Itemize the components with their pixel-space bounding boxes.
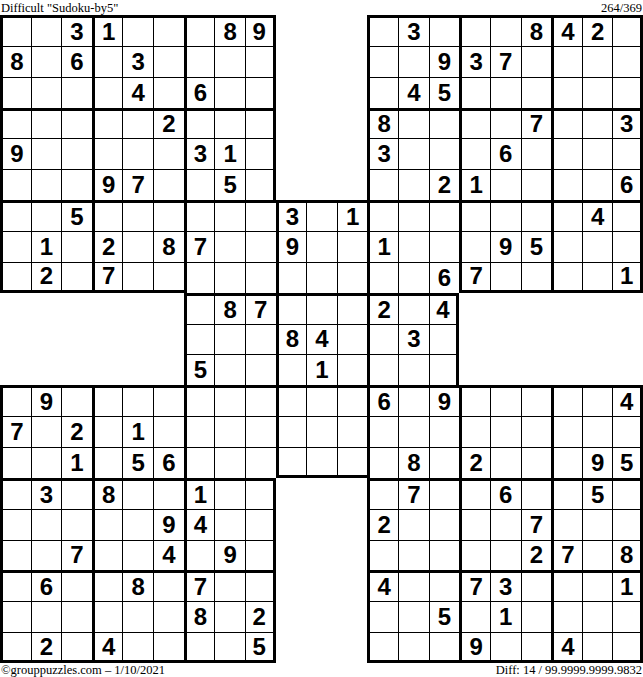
cell-r16-c4-given[interactable]: 8 (92, 478, 123, 509)
cell-r5-c8-given[interactable]: 1 (214, 138, 245, 169)
cell-r6-c6[interactable] (153, 169, 184, 200)
cell-r7-c12-given[interactable]: 1 (337, 200, 368, 231)
cell-r19-c2-given[interactable]: 6 (31, 570, 62, 601)
cell-r8-c13-given[interactable]: 1 (367, 231, 398, 262)
cell-r17-c8[interactable] (214, 509, 245, 540)
cell-r15-c10[interactable] (276, 447, 307, 478)
cell-r15-c2[interactable] (31, 447, 62, 478)
cell-r16-c20-given[interactable]: 5 (582, 478, 613, 509)
cell-r1-c5[interactable] (122, 15, 153, 46)
cell-r16-c19[interactable] (551, 478, 582, 509)
cell-r5-c20[interactable] (582, 138, 613, 169)
cell-r9-c4-given[interactable]: 7 (92, 262, 123, 293)
cell-r15-c15[interactable] (429, 447, 460, 478)
cell-r8-c11[interactable] (306, 231, 337, 262)
cell-r4-c15[interactable] (429, 108, 460, 139)
cell-r14-c2[interactable] (31, 416, 62, 447)
cell-r3-c9[interactable] (245, 77, 276, 108)
cell-r6-c9[interactable] (245, 169, 276, 200)
cell-r18-c4[interactable] (92, 540, 123, 571)
cell-r17-c15[interactable] (429, 509, 460, 540)
cell-r15-c21-given[interactable]: 5 (612, 447, 643, 478)
cell-r15-c13[interactable] (367, 447, 398, 478)
cell-r18-c9[interactable] (245, 540, 276, 571)
cell-r6-c16-given[interactable]: 1 (459, 169, 490, 200)
cell-r9-c19[interactable] (551, 262, 582, 293)
cell-r3-c19[interactable] (551, 77, 582, 108)
cell-r19-c9[interactable] (245, 570, 276, 601)
cell-r18-c1[interactable] (0, 540, 31, 571)
cell-r13-c5[interactable] (122, 385, 153, 416)
cell-r1-c16[interactable] (459, 15, 490, 46)
cell-r9-c5[interactable] (122, 262, 153, 293)
cell-r18-c16[interactable] (459, 540, 490, 571)
cell-r19-c14[interactable] (398, 570, 429, 601)
cell-r1-c2[interactable] (31, 15, 62, 46)
cell-r1-c7[interactable] (184, 15, 215, 46)
cell-r14-c16[interactable] (459, 416, 490, 447)
cell-r13-c12[interactable] (337, 385, 368, 416)
cell-r11-c8[interactable] (214, 324, 245, 355)
cell-r12-c8[interactable] (214, 354, 245, 385)
cell-r19-c6[interactable] (153, 570, 184, 601)
cell-r2-c3-given[interactable]: 6 (61, 46, 92, 77)
cell-r20-c6[interactable] (153, 601, 184, 632)
cell-r12-c13[interactable] (367, 354, 398, 385)
cell-r2-c17-given[interactable]: 7 (490, 46, 521, 77)
cell-r9-c8[interactable] (214, 262, 245, 293)
cell-r17-c17[interactable] (490, 509, 521, 540)
cell-r3-c21[interactable] (612, 77, 643, 108)
cell-r14-c10[interactable] (276, 416, 307, 447)
cell-r12-c10[interactable] (276, 354, 307, 385)
cell-r11-c7[interactable] (184, 324, 215, 355)
cell-r7-c11[interactable] (306, 200, 337, 231)
cell-r11-c9[interactable] (245, 324, 276, 355)
cell-r15-c3-given[interactable]: 1 (61, 447, 92, 478)
cell-r10-c13-given[interactable]: 2 (367, 293, 398, 324)
cell-r4-c2[interactable] (31, 108, 62, 139)
cell-r7-c10-given[interactable]: 3 (276, 200, 307, 231)
cell-r10-c8-given[interactable]: 8 (214, 293, 245, 324)
cell-r18-c2[interactable] (31, 540, 62, 571)
cell-r17-c20[interactable] (582, 509, 613, 540)
cell-r8-c5[interactable] (122, 231, 153, 262)
cell-r16-c15[interactable] (429, 478, 460, 509)
cell-r21-c5[interactable] (122, 632, 153, 663)
cell-r14-c11[interactable] (306, 416, 337, 447)
cell-r2-c5-given[interactable]: 3 (122, 46, 153, 77)
cell-r14-c5-given[interactable]: 1 (122, 416, 153, 447)
cell-r13-c21-given[interactable]: 4 (612, 385, 643, 416)
cell-r19-c15[interactable] (429, 570, 460, 601)
cell-r14-c17[interactable] (490, 416, 521, 447)
cell-r18-c21-given[interactable]: 8 (612, 540, 643, 571)
cell-r8-c21[interactable] (612, 231, 643, 262)
cell-r12-c9[interactable] (245, 354, 276, 385)
cell-r16-c2-given[interactable]: 3 (31, 478, 62, 509)
cell-r14-c20[interactable] (582, 416, 613, 447)
cell-r4-c3[interactable] (61, 108, 92, 139)
cell-r16-c16[interactable] (459, 478, 490, 509)
cell-r13-c14[interactable] (398, 385, 429, 416)
cell-r8-c9[interactable] (245, 231, 276, 262)
cell-r13-c11[interactable] (306, 385, 337, 416)
cell-r17-c1[interactable] (0, 509, 31, 540)
cell-r21-c3[interactable] (61, 632, 92, 663)
cell-r2-c4[interactable] (92, 46, 123, 77)
cell-r5-c3[interactable] (61, 138, 92, 169)
cell-r18-c7[interactable] (184, 540, 215, 571)
cell-r14-c18[interactable] (521, 416, 552, 447)
cell-r20-c15-given[interactable]: 5 (429, 601, 460, 632)
cell-r14-c9[interactable] (245, 416, 276, 447)
cell-r9-c21-given[interactable]: 1 (612, 262, 643, 293)
cell-r9-c13[interactable] (367, 262, 398, 293)
cell-r21-c21[interactable] (612, 632, 643, 663)
cell-r20-c4[interactable] (92, 601, 123, 632)
cell-r21-c1[interactable] (0, 632, 31, 663)
cell-r17-c3[interactable] (61, 509, 92, 540)
cell-r6-c3[interactable] (61, 169, 92, 200)
cell-r9-c9[interactable] (245, 262, 276, 293)
cell-r19-c1[interactable] (0, 570, 31, 601)
cell-r9-c11[interactable] (306, 262, 337, 293)
cell-r18-c17[interactable] (490, 540, 521, 571)
cell-r19-c16-given[interactable]: 7 (459, 570, 490, 601)
cell-r15-c11[interactable] (306, 447, 337, 478)
cell-r7-c9[interactable] (245, 200, 276, 231)
cell-r11-c15[interactable] (429, 324, 460, 355)
cell-r15-c20-given[interactable]: 9 (582, 447, 613, 478)
cell-r21-c9-given[interactable]: 5 (245, 632, 276, 663)
cell-r1-c1[interactable] (0, 15, 31, 46)
cell-r8-c19[interactable] (551, 231, 582, 262)
cell-r9-c10[interactable] (276, 262, 307, 293)
cell-r2-c19[interactable] (551, 46, 582, 77)
cell-r8-c10-given[interactable]: 9 (276, 231, 307, 262)
cell-r6-c18[interactable] (521, 169, 552, 200)
cell-r4-c5[interactable] (122, 108, 153, 139)
cell-r5-c16[interactable] (459, 138, 490, 169)
cell-r18-c19-given[interactable]: 7 (551, 540, 582, 571)
cell-r19-c19[interactable] (551, 570, 582, 601)
cell-r18-c18-given[interactable]: 2 (521, 540, 552, 571)
cell-r14-c19[interactable] (551, 416, 582, 447)
cell-r12-c14[interactable] (398, 354, 429, 385)
cell-r19-c3[interactable] (61, 570, 92, 601)
cell-r2-c18[interactable] (521, 46, 552, 77)
cell-r16-c14-given[interactable]: 7 (398, 478, 429, 509)
cell-r7-c16[interactable] (459, 200, 490, 231)
cell-r9-c15-given[interactable]: 6 (429, 262, 460, 293)
cell-r20-c9-given[interactable]: 2 (245, 601, 276, 632)
cell-r3-c6[interactable] (153, 77, 184, 108)
cell-r20-c18[interactable] (521, 601, 552, 632)
cell-r4-c6-given[interactable]: 2 (153, 108, 184, 139)
cell-r2-c6[interactable] (153, 46, 184, 77)
cell-r21-c14[interactable] (398, 632, 429, 663)
cell-r12-c11-given[interactable]: 1 (306, 354, 337, 385)
cell-r1-c19-given[interactable]: 4 (551, 15, 582, 46)
cell-r1-c6[interactable] (153, 15, 184, 46)
cell-r1-c18-given[interactable]: 8 (521, 15, 552, 46)
cell-r16-c8[interactable] (214, 478, 245, 509)
cell-r21-c8[interactable] (214, 632, 245, 663)
cell-r21-c16-given[interactable]: 9 (459, 632, 490, 663)
cell-r13-c13-given[interactable]: 6 (367, 385, 398, 416)
cell-r5-c19[interactable] (551, 138, 582, 169)
cell-r5-c18[interactable] (521, 138, 552, 169)
cell-r6-c20[interactable] (582, 169, 613, 200)
cell-r5-c1-given[interactable]: 9 (0, 138, 31, 169)
cell-r13-c19[interactable] (551, 385, 582, 416)
cell-r2-c8[interactable] (214, 46, 245, 77)
cell-r2-c14[interactable] (398, 46, 429, 77)
cell-r8-c17-given[interactable]: 9 (490, 231, 521, 262)
cell-r15-c8[interactable] (214, 447, 245, 478)
cell-r8-c6-given[interactable]: 8 (153, 231, 184, 262)
cell-r2-c1-given[interactable]: 8 (0, 46, 31, 77)
cell-r6-c19[interactable] (551, 169, 582, 200)
cell-r9-c17[interactable] (490, 262, 521, 293)
cell-r15-c4[interactable] (92, 447, 123, 478)
cell-r20-c21[interactable] (612, 601, 643, 632)
cell-r21-c4-given[interactable]: 4 (92, 632, 123, 663)
cell-r13-c6[interactable] (153, 385, 184, 416)
cell-r19-c5-given[interactable]: 8 (122, 570, 153, 601)
cell-r14-c7[interactable] (184, 416, 215, 447)
cell-r14-c12[interactable] (337, 416, 368, 447)
cell-r5-c6[interactable] (153, 138, 184, 169)
cell-r3-c1[interactable] (0, 77, 31, 108)
cell-r6-c14[interactable] (398, 169, 429, 200)
cell-r14-c8[interactable] (214, 416, 245, 447)
cell-r20-c19[interactable] (551, 601, 582, 632)
cell-r16-c21[interactable] (612, 478, 643, 509)
cell-r10-c9-given[interactable]: 7 (245, 293, 276, 324)
cell-r1-c13[interactable] (367, 15, 398, 46)
cell-r16-c1[interactable] (0, 478, 31, 509)
cell-r1-c15[interactable] (429, 15, 460, 46)
cell-r4-c18-given[interactable]: 7 (521, 108, 552, 139)
cell-r21-c19-given[interactable]: 4 (551, 632, 582, 663)
cell-r9-c2-given[interactable]: 2 (31, 262, 62, 293)
cell-r8-c20[interactable] (582, 231, 613, 262)
cell-r5-c21[interactable] (612, 138, 643, 169)
cell-r9-c7[interactable] (184, 262, 215, 293)
cell-r18-c13[interactable] (367, 540, 398, 571)
cell-r15-c1[interactable] (0, 447, 31, 478)
cell-r13-c3[interactable] (61, 385, 92, 416)
cell-r18-c5[interactable] (122, 540, 153, 571)
cell-r13-c9[interactable] (245, 385, 276, 416)
cell-r7-c14[interactable] (398, 200, 429, 231)
cell-r2-c16-given[interactable]: 3 (459, 46, 490, 77)
cell-r9-c20[interactable] (582, 262, 613, 293)
cell-r16-c5[interactable] (122, 478, 153, 509)
cell-r3-c16[interactable] (459, 77, 490, 108)
cell-r14-c3-given[interactable]: 2 (61, 416, 92, 447)
cell-r8-c7-given[interactable]: 7 (184, 231, 215, 262)
cell-r13-c20[interactable] (582, 385, 613, 416)
cell-r16-c6[interactable] (153, 478, 184, 509)
cell-r14-c1-given[interactable]: 7 (0, 416, 31, 447)
cell-r20-c13[interactable] (367, 601, 398, 632)
cell-r15-c5-given[interactable]: 5 (122, 447, 153, 478)
cell-r10-c11[interactable] (306, 293, 337, 324)
cell-r7-c1[interactable] (0, 200, 31, 231)
cell-r18-c20[interactable] (582, 540, 613, 571)
cell-r17-c2[interactable] (31, 509, 62, 540)
cell-r20-c20[interactable] (582, 601, 613, 632)
cell-r18-c8-given[interactable]: 9 (214, 540, 245, 571)
cell-r4-c8[interactable] (214, 108, 245, 139)
cell-r17-c16[interactable] (459, 509, 490, 540)
cell-r20-c14[interactable] (398, 601, 429, 632)
cell-r19-c8[interactable] (214, 570, 245, 601)
cell-r21-c6[interactable] (153, 632, 184, 663)
cell-r4-c9[interactable] (245, 108, 276, 139)
cell-r2-c15-given[interactable]: 9 (429, 46, 460, 77)
cell-r10-c15-given[interactable]: 4 (429, 293, 460, 324)
cell-r8-c3[interactable] (61, 231, 92, 262)
cell-r6-c7[interactable] (184, 169, 215, 200)
cell-r21-c18[interactable] (521, 632, 552, 663)
cell-r8-c12[interactable] (337, 231, 368, 262)
cell-r13-c7[interactable] (184, 385, 215, 416)
cell-r12-c12[interactable] (337, 354, 368, 385)
cell-r3-c17[interactable] (490, 77, 521, 108)
cell-r19-c20[interactable] (582, 570, 613, 601)
cell-r21-c13[interactable] (367, 632, 398, 663)
cell-r17-c21[interactable] (612, 509, 643, 540)
cell-r14-c13[interactable] (367, 416, 398, 447)
cell-r13-c8[interactable] (214, 385, 245, 416)
cell-r7-c2[interactable] (31, 200, 62, 231)
cell-r20-c17-given[interactable]: 1 (490, 601, 521, 632)
cell-r6-c21-given[interactable]: 6 (612, 169, 643, 200)
cell-r6-c13[interactable] (367, 169, 398, 200)
cell-r6-c8-given[interactable]: 5 (214, 169, 245, 200)
cell-r6-c5-given[interactable]: 7 (122, 169, 153, 200)
cell-r19-c4[interactable] (92, 570, 123, 601)
cell-r9-c3[interactable] (61, 262, 92, 293)
cell-r1-c20-given[interactable]: 2 (582, 15, 613, 46)
cell-r8-c1[interactable] (0, 231, 31, 262)
cell-r21-c2-given[interactable]: 2 (31, 632, 62, 663)
cell-r16-c13[interactable] (367, 478, 398, 509)
cell-r13-c18[interactable] (521, 385, 552, 416)
cell-r17-c4[interactable] (92, 509, 123, 540)
cell-r7-c6[interactable] (153, 200, 184, 231)
cell-r20-c5[interactable] (122, 601, 153, 632)
cell-r10-c14[interactable] (398, 293, 429, 324)
cell-r12-c7-given[interactable]: 5 (184, 354, 215, 385)
cell-r18-c15[interactable] (429, 540, 460, 571)
cell-r7-c19[interactable] (551, 200, 582, 231)
cell-r14-c21[interactable] (612, 416, 643, 447)
cell-r14-c14[interactable] (398, 416, 429, 447)
cell-r21-c17[interactable] (490, 632, 521, 663)
cell-r15-c14-given[interactable]: 8 (398, 447, 429, 478)
cell-r8-c2-given[interactable]: 1 (31, 231, 62, 262)
cell-r20-c7-given[interactable]: 8 (184, 601, 215, 632)
cell-r4-c20[interactable] (582, 108, 613, 139)
cell-r2-c2[interactable] (31, 46, 62, 77)
cell-r1-c14-given[interactable]: 3 (398, 15, 429, 46)
cell-r4-c19[interactable] (551, 108, 582, 139)
cell-r3-c8[interactable] (214, 77, 245, 108)
cell-r15-c6-given[interactable]: 6 (153, 447, 184, 478)
cell-r14-c4[interactable] (92, 416, 123, 447)
cell-r21-c15[interactable] (429, 632, 460, 663)
cell-r2-c13[interactable] (367, 46, 398, 77)
cell-r8-c16[interactable] (459, 231, 490, 262)
cell-r14-c6[interactable] (153, 416, 184, 447)
cell-r7-c21[interactable] (612, 200, 643, 231)
cell-r18-c14[interactable] (398, 540, 429, 571)
cell-r13-c1[interactable] (0, 385, 31, 416)
cell-r8-c14[interactable] (398, 231, 429, 262)
cell-r16-c7-given[interactable]: 1 (184, 478, 215, 509)
cell-r17-c5[interactable] (122, 509, 153, 540)
cell-r6-c4-given[interactable]: 9 (92, 169, 123, 200)
cell-r9-c16-given[interactable]: 7 (459, 262, 490, 293)
cell-r17-c19[interactable] (551, 509, 582, 540)
cell-r19-c7-given[interactable]: 7 (184, 570, 215, 601)
cell-r4-c13-given[interactable]: 8 (367, 108, 398, 139)
cell-r8-c4-given[interactable]: 2 (92, 231, 123, 262)
cell-r5-c5[interactable] (122, 138, 153, 169)
cell-r9-c6[interactable] (153, 262, 184, 293)
cell-r4-c4[interactable] (92, 108, 123, 139)
cell-r11-c10-given[interactable]: 8 (276, 324, 307, 355)
cell-r7-c8[interactable] (214, 200, 245, 231)
cell-r7-c13[interactable] (367, 200, 398, 231)
cell-r5-c17-given[interactable]: 6 (490, 138, 521, 169)
cell-r7-c15[interactable] (429, 200, 460, 231)
cell-r7-c20-given[interactable]: 4 (582, 200, 613, 231)
cell-r7-c4[interactable] (92, 200, 123, 231)
cell-r7-c17[interactable] (490, 200, 521, 231)
cell-r17-c7-given[interactable]: 4 (184, 509, 215, 540)
cell-r5-c14[interactable] (398, 138, 429, 169)
cell-r7-c3-given[interactable]: 5 (61, 200, 92, 231)
cell-r1-c9-given[interactable]: 9 (245, 15, 276, 46)
cell-r2-c20[interactable] (582, 46, 613, 77)
cell-r3-c3[interactable] (61, 77, 92, 108)
cell-r1-c21[interactable] (612, 15, 643, 46)
cell-r1-c4-given[interactable]: 1 (92, 15, 123, 46)
cell-r4-c14[interactable] (398, 108, 429, 139)
cell-r7-c5[interactable] (122, 200, 153, 231)
cell-r3-c2[interactable] (31, 77, 62, 108)
cell-r15-c12[interactable] (337, 447, 368, 478)
cell-r17-c13-given[interactable]: 2 (367, 509, 398, 540)
cell-r8-c8[interactable] (214, 231, 245, 262)
cell-r3-c14-given[interactable]: 4 (398, 77, 429, 108)
cell-r5-c13-given[interactable]: 3 (367, 138, 398, 169)
cell-r15-c17[interactable] (490, 447, 521, 478)
cell-r4-c16[interactable] (459, 108, 490, 139)
cell-r10-c12[interactable] (337, 293, 368, 324)
cell-r4-c21-given[interactable]: 3 (612, 108, 643, 139)
cell-r3-c20[interactable] (582, 77, 613, 108)
cell-r7-c7[interactable] (184, 200, 215, 231)
cell-r7-c18[interactable] (521, 200, 552, 231)
cell-r20-c1[interactable] (0, 601, 31, 632)
